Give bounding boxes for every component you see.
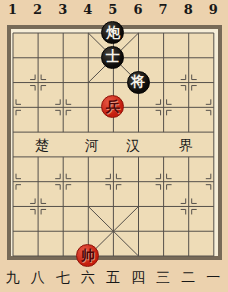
file-label-bottom-9: 九 <box>2 270 24 285</box>
file-label-bottom-1: 一 <box>202 270 224 285</box>
file-label-bottom-6: 六 <box>77 270 99 285</box>
file-label-bottom-8: 八 <box>27 270 49 285</box>
file-label-top-2: 2 <box>27 2 49 17</box>
file-label-top-4: 4 <box>77 2 99 17</box>
xiangqi-board-screen: 1 2 3 4 5 6 7 8 9 楚 河 汉 界 炮士将兵帅 九 八 七 六 … <box>0 0 228 292</box>
piece-black-advisor[interactable]: 士 <box>101 46 124 69</box>
river-label-jie: 界 <box>175 136 197 154</box>
file-label-bottom-2: 二 <box>177 270 199 285</box>
file-label-bottom-4: 四 <box>127 270 149 285</box>
file-label-top-7: 7 <box>152 2 174 17</box>
file-label-bottom-3: 三 <box>152 270 174 285</box>
piece-black-general[interactable]: 将 <box>127 71 150 94</box>
file-label-bottom-7: 七 <box>52 270 74 285</box>
file-label-top-5: 5 <box>102 2 124 17</box>
file-label-top-9: 9 <box>202 2 224 17</box>
piece-red-general[interactable]: 帅 <box>76 244 99 267</box>
river-label-he: 河 <box>81 136 103 154</box>
file-label-top-1: 1 <box>2 2 24 17</box>
file-label-top-3: 3 <box>52 2 74 17</box>
river-label-chu: 楚 <box>31 136 53 154</box>
river-label-han: 汉 <box>122 136 144 154</box>
file-label-top-8: 8 <box>177 2 199 17</box>
file-label-top-6: 6 <box>127 2 149 17</box>
file-label-bottom-5: 五 <box>102 270 124 285</box>
